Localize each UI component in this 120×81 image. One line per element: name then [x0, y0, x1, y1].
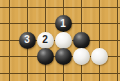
- grid-line-vertical-6: [117, 0, 118, 81]
- go-board[interactable]: 132: [0, 0, 120, 81]
- grid-line-horizontal-0: [0, 7, 120, 8]
- grid-line-vertical-5: [99, 0, 100, 81]
- black-stone-move-1[interactable]: 1: [55, 15, 72, 32]
- grid-line-horizontal-4: [0, 73, 120, 74]
- grid-line-vertical-0: [9, 0, 10, 81]
- white-stone[interactable]: [91, 48, 108, 65]
- move-number-label: 3: [24, 35, 30, 45]
- white-stone[interactable]: [73, 48, 90, 65]
- black-stone[interactable]: [37, 48, 54, 65]
- black-stone-move-3[interactable]: 3: [19, 32, 36, 49]
- move-number-label: 1: [60, 19, 66, 29]
- white-stone-move-2[interactable]: 2: [37, 32, 54, 49]
- black-stone[interactable]: [73, 32, 90, 49]
- move-number-label: 2: [42, 35, 48, 45]
- black-stone[interactable]: [55, 48, 72, 65]
- white-stone[interactable]: [55, 32, 72, 49]
